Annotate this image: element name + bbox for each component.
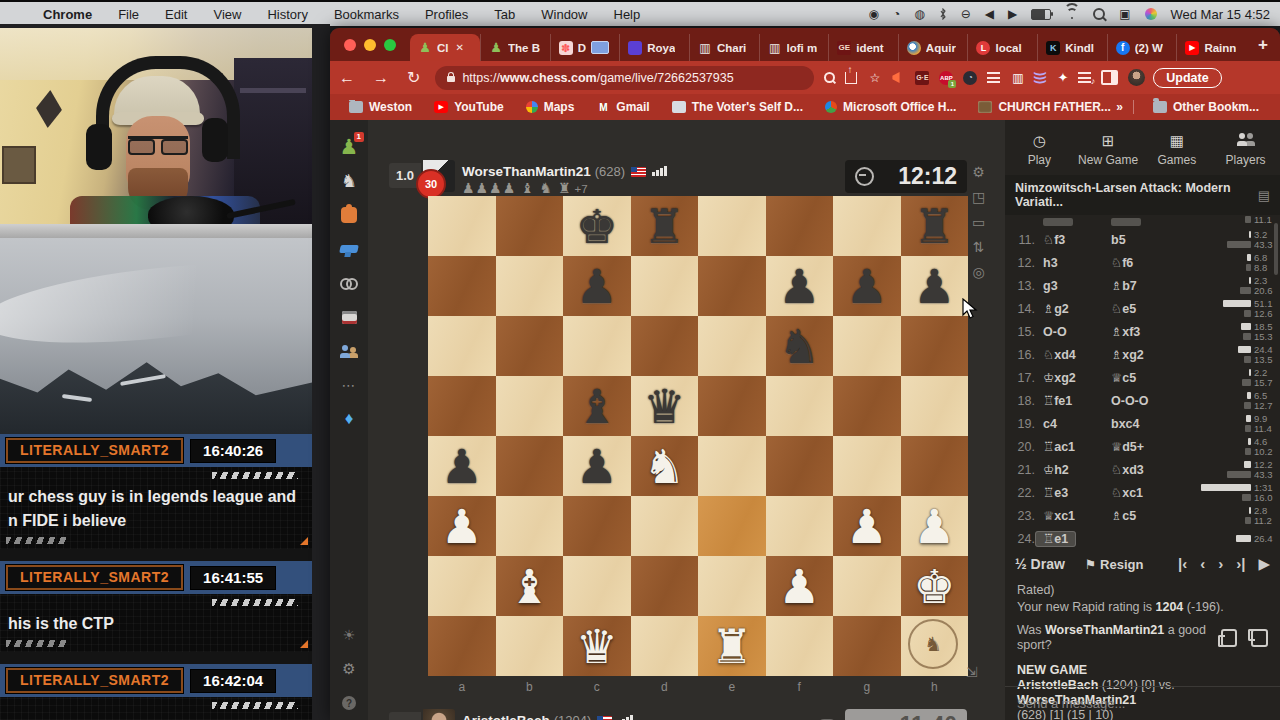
- corner-accent: [300, 640, 308, 648]
- next-move-button[interactable]: ›: [1218, 555, 1223, 573]
- headphone-earcup-right: [202, 118, 228, 162]
- black-move[interactable]: ♗c5: [1111, 508, 1179, 523]
- square-b8[interactable]: [496, 196, 564, 256]
- square-a2[interactable]: [428, 556, 496, 616]
- analysis-icon[interactable]: ◎: [973, 264, 985, 280]
- move-times: 1:3116.0: [1188, 483, 1280, 502]
- black-move[interactable]: ♗xf3: [1111, 324, 1179, 339]
- go-to-end-button[interactable]: ›|: [1236, 555, 1245, 573]
- glasses: [128, 136, 188, 155]
- w-time-bar: [1247, 392, 1251, 399]
- square-f1[interactable]: [766, 616, 834, 676]
- minimize-window-button[interactable]: [364, 39, 376, 51]
- menu-item-history[interactable]: History: [254, 7, 320, 22]
- lock-status-icon[interactable]: ◍: [914, 8, 924, 20]
- move-row[interactable]: 18.♖fe1O-O-O6.512.7: [1005, 389, 1280, 412]
- sidebar-item-watch[interactable]: [330, 266, 368, 300]
- square-g4[interactable]: [833, 436, 901, 496]
- square-e6[interactable]: [698, 316, 766, 376]
- square-d4[interactable]: ♞: [631, 436, 699, 496]
- square-b4[interactable]: [496, 436, 564, 496]
- tab-close-icon[interactable]: ✕: [456, 42, 464, 53]
- square-h3[interactable]: ♟: [901, 496, 969, 556]
- move-times: 6.88.8: [1188, 253, 1280, 272]
- previous-move-button[interactable]: ‹: [1200, 555, 1205, 573]
- square-d8[interactable]: ♜: [631, 196, 699, 256]
- flower-favicon: ✽: [559, 41, 573, 55]
- time-row: 8.8: [1188, 263, 1280, 272]
- square-g8[interactable]: [833, 196, 901, 256]
- move-list: 11.111.♘f3b53.243.312.h3♘f66.88.813.g3♗b…: [1005, 215, 1280, 549]
- square-f8[interactable]: [766, 196, 834, 256]
- panel-tab-players[interactable]: Players: [1211, 128, 1280, 175]
- sidebar-item-news[interactable]: [330, 300, 368, 334]
- white-move[interactable]: ♖ac1: [1043, 439, 1111, 454]
- chesscom-sidebar: ♟1 ♞ ⋯ ♦ ☀ ⚙ ?: [330, 120, 368, 720]
- black-king: ♚: [563, 196, 631, 256]
- b-time-bar: [1242, 494, 1251, 501]
- sidebar-item-more[interactable]: ⋯: [330, 368, 368, 402]
- black-move[interactable]: ♕d5+: [1111, 439, 1179, 454]
- question-icon: ?: [342, 696, 356, 710]
- forward-button[interactable]: →: [364, 69, 398, 87]
- panel-tab-play[interactable]: ◷Play: [1005, 128, 1074, 175]
- move-times: 11.1: [1188, 215, 1280, 224]
- wifi-icon[interactable]: [1065, 9, 1079, 19]
- square-b5[interactable]: [496, 376, 564, 436]
- square-c5[interactable]: ♝: [563, 376, 631, 436]
- move-row[interactable]: 21.♔h2♘xd312.243.3: [1005, 458, 1280, 481]
- black-move[interactable]: ♗xg2: [1111, 347, 1179, 362]
- move-row[interactable]: 11.1: [1005, 215, 1280, 228]
- file-label-f: f: [766, 680, 834, 694]
- profile-avatar[interactable]: [1128, 69, 1145, 86]
- w-time-bar: [1241, 323, 1251, 330]
- white-move[interactable]: O-O: [1043, 325, 1111, 339]
- move-number: 21.: [1005, 463, 1035, 477]
- square-g3[interactable]: ♟: [833, 496, 901, 556]
- browser-tab-aquir[interactable]: Aquir: [898, 34, 968, 61]
- black-move[interactable]: bxc4: [1111, 417, 1179, 431]
- chat-message: LITERALLY_SMART216:40:26ur chess guy is …: [0, 434, 312, 549]
- move-times: 51.112.6: [1188, 299, 1280, 318]
- go-to-start-button[interactable]: |‹: [1178, 555, 1187, 573]
- fullscreen-icon[interactable]: ◳: [972, 189, 985, 205]
- move-number: 13.: [1005, 279, 1035, 293]
- square-f7[interactable]: ♟: [766, 256, 834, 316]
- white-pawn: ♟: [901, 496, 969, 556]
- bookmark-label: Maps: [544, 100, 575, 114]
- players-tab-icon: [1211, 132, 1280, 149]
- move-row[interactable]: 13.g3♗b72.320.6: [1005, 274, 1280, 297]
- browser-tab-the-b[interactable]: ♟The B: [480, 34, 550, 61]
- g-app-icon[interactable]: ◉: [868, 8, 878, 20]
- move-row[interactable]: 20.♖ac1♕d5+4.610.2: [1005, 435, 1280, 458]
- square-a6[interactable]: [428, 316, 496, 376]
- play-circle-icon[interactable]: ▶: [1008, 8, 1017, 20]
- chat-message-text: ur chess guy is in legends league and n …: [0, 467, 312, 549]
- time-value: 20.6: [1254, 285, 1280, 296]
- bookmark-gmail[interactable]: MGmail: [587, 100, 658, 114]
- black-move[interactable]: ♘e5: [1111, 301, 1179, 316]
- address-bar[interactable]: https://www.chess.com/game/live/72662537…: [435, 66, 814, 90]
- chrome-update-button[interactable]: Update: [1153, 68, 1221, 88]
- square-e2[interactable]: [698, 556, 766, 616]
- new-tab-button[interactable]: +: [1246, 35, 1280, 55]
- us-flag-icon: [597, 716, 612, 720]
- square-h1[interactable]: ♞: [901, 616, 969, 676]
- b-time-bar: [1245, 425, 1251, 432]
- square-g6[interactable]: [833, 316, 901, 376]
- square-c4[interactable]: ♟: [563, 436, 631, 496]
- white-move[interactable]: h3: [1043, 256, 1111, 270]
- sidebar-item-puzzles[interactable]: [330, 198, 368, 232]
- top-player-clock: 12:12: [845, 160, 967, 193]
- white-move[interactable]: ♖fe1: [1043, 393, 1111, 408]
- bluetooth-icon[interactable]: [939, 8, 947, 20]
- chesscom-logo-pawn[interactable]: ♟1: [330, 130, 368, 164]
- black-move[interactable]: [1111, 215, 1179, 228]
- browser-tab-roya[interactable]: Roya: [619, 34, 689, 61]
- black-move[interactable]: ♘xd3: [1111, 462, 1179, 477]
- square-e7[interactable]: [698, 256, 766, 316]
- browser-tab-rainn[interactable]: ▶Rainn: [1176, 34, 1246, 61]
- sidebar-toggle-icon[interactable]: [1101, 70, 1118, 85]
- bottom-player-name[interactable]: AristotleBach: [462, 713, 550, 720]
- tab-label: Kindl: [1065, 42, 1094, 54]
- square-b3[interactable]: [496, 496, 564, 556]
- white-pawn: ♟: [833, 496, 901, 556]
- square-b7[interactable]: [496, 256, 564, 316]
- bookmark-star-icon[interactable]: ☆: [867, 70, 882, 85]
- close-window-button[interactable]: [344, 39, 356, 51]
- square-c1[interactable]: ♛: [563, 616, 631, 676]
- black-move[interactable]: ♗b7: [1111, 278, 1179, 293]
- bookmark-items: Weston▶YouTubeMapsMGmailThe Voter's Self…: [340, 100, 1116, 114]
- sidebar-item-social[interactable]: [330, 334, 368, 368]
- pawn-favicon: ♟: [418, 41, 432, 55]
- square-h5[interactable]: [901, 376, 969, 436]
- black-move[interactable]: b5: [1111, 233, 1179, 247]
- bookmark-the-voter-s-self-d-[interactable]: The Voter's Self D...: [663, 100, 812, 114]
- square-g2[interactable]: [833, 556, 901, 616]
- square-d5[interactable]: ♛: [631, 376, 699, 436]
- more-dots-icon: ⋯: [342, 377, 357, 393]
- browser-tab-ident[interactable]: GEident: [828, 34, 898, 61]
- square-a4[interactable]: ♟: [428, 436, 496, 496]
- resign-button[interactable]: ⚑ Resign: [1085, 557, 1144, 572]
- square-h6[interactable]: [901, 316, 969, 376]
- games-tab-icon: ▦: [1143, 132, 1212, 149]
- menu-item-chrome[interactable]: Chrome: [30, 7, 105, 22]
- square-d6[interactable]: [631, 316, 699, 376]
- bookmarks-overflow-chevron[interactable]: »: [1116, 100, 1123, 114]
- w-time-bar: [1249, 277, 1251, 284]
- time-row: 10.2: [1188, 447, 1280, 456]
- black-move[interactable]: O-O-O: [1111, 394, 1179, 408]
- battery-icon[interactable]: [1031, 9, 1051, 20]
- move-row[interactable]: 17.♔xg2♕c52.215.7: [1005, 366, 1280, 389]
- square-a3[interactable]: ♟: [428, 496, 496, 556]
- panel-tab-new-game[interactable]: ⊞New Game: [1074, 128, 1143, 175]
- ge-extension-icon[interactable]: G·E: [915, 71, 929, 85]
- black-move[interactable]: ♕c5: [1111, 370, 1179, 385]
- square-e3[interactable]: [698, 496, 766, 556]
- square-g7[interactable]: ♟: [833, 256, 901, 316]
- binoculars-icon: [340, 278, 358, 288]
- menu-item-help[interactable]: Help: [601, 7, 654, 22]
- tab-label: Cl: [437, 42, 449, 54]
- black-pawn: ♟: [428, 436, 496, 496]
- flag-icon: ⚑: [1085, 557, 1097, 572]
- move-navigation: |‹‹››|▶: [1178, 555, 1270, 573]
- square-e4[interactable]: [698, 436, 766, 496]
- move-row[interactable]: 14.♗g2♘e551.112.6: [1005, 297, 1280, 320]
- chat-timestamp: 16:41:55: [191, 567, 275, 589]
- globe-clock-icon[interactable]: ◔: [893, 8, 900, 20]
- square-d1[interactable]: [631, 616, 699, 676]
- square-c8[interactable]: ♚: [563, 196, 631, 256]
- square-f6[interactable]: ♞: [766, 316, 834, 376]
- black-pawn: ♟: [833, 256, 901, 316]
- black-move[interactable]: ♘f6: [1111, 255, 1179, 270]
- square-e5[interactable]: [698, 376, 766, 436]
- square-d3[interactable]: [631, 496, 699, 556]
- draw-button[interactable]: ½ Draw: [1015, 556, 1065, 572]
- square-e1[interactable]: ♜: [698, 616, 766, 676]
- square-f2[interactable]: ♟: [766, 556, 834, 616]
- black-queen: ♛: [631, 376, 699, 436]
- reload-button[interactable]: ↻: [398, 68, 429, 87]
- move-row[interactable]: 15.O-O♗xf318.515.3: [1005, 320, 1280, 343]
- move-number: 12.: [1005, 256, 1035, 270]
- display-icon[interactable]: ▣: [1119, 8, 1130, 20]
- onetab-extension-icon[interactable]: ◔: [963, 71, 977, 85]
- square-g5[interactable]: [833, 376, 901, 436]
- browser-tab-chari[interactable]: ▥Chari: [689, 34, 759, 61]
- browser-tab-d[interactable]: ✽D: [550, 34, 620, 61]
- square-b2[interactable]: ♝: [496, 556, 564, 616]
- move-times: 18.515.3: [1188, 322, 1280, 341]
- white-move[interactable]: ♕xc1: [1043, 508, 1111, 523]
- square-c3[interactable]: [563, 496, 631, 556]
- thumbs-up-icon[interactable]: [1221, 629, 1238, 647]
- white-move[interactable]: c4: [1043, 417, 1111, 431]
- tab-label: Chari: [717, 42, 746, 54]
- square-d7[interactable]: [631, 256, 699, 316]
- bookmark-church-father-[interactable]: CHURCH FATHER...: [969, 100, 1116, 114]
- move-row[interactable]: 11.♘f3b53.243.3: [1005, 228, 1280, 251]
- flip-board-icon[interactable]: ⇅: [973, 239, 985, 255]
- do-not-disturb-icon[interactable]: ⊖: [961, 8, 971, 20]
- white-move[interactable]: ♘f3: [1043, 232, 1111, 247]
- square-a1[interactable]: [428, 616, 496, 676]
- bank-extension-icon[interactable]: ▥: [1010, 70, 1025, 85]
- tab-label: local: [995, 42, 1021, 54]
- square-b6[interactable]: [496, 316, 564, 376]
- square-h2[interactable]: ♚: [901, 556, 969, 616]
- black-move[interactable]: ♘xc1: [1111, 485, 1179, 500]
- square-h8[interactable]: ♜: [901, 196, 969, 256]
- white-move[interactable]: ♘xd4: [1043, 347, 1111, 362]
- square-a8[interactable]: [428, 196, 496, 256]
- move-times: 2.215.7: [1188, 368, 1280, 387]
- panel-tab-games[interactable]: ▦Games: [1143, 128, 1212, 175]
- ssl-lock-icon[interactable]: [447, 76, 455, 82]
- bottom-player-name-row: AristotleBach(1204): [462, 711, 633, 720]
- time-row: 11.4: [1188, 424, 1280, 433]
- bottom-player-clock: 11:40: [845, 709, 967, 720]
- b-time-bar: [1246, 264, 1251, 271]
- square-f5[interactable]: [766, 376, 834, 436]
- white-king: ♚: [901, 556, 969, 616]
- square-c2[interactable]: [563, 556, 631, 616]
- browser-tab--2-w[interactable]: f(2) W: [1107, 34, 1177, 61]
- browser-tab-lofi-m[interactable]: ▥lofi m: [759, 34, 829, 61]
- move-row[interactable]: 19.c4bxc49.911.4: [1005, 412, 1280, 435]
- bookmark-microsoft-office-h-[interactable]: Microsoft Office H...: [816, 100, 965, 114]
- zoom-window-button[interactable]: [384, 39, 396, 51]
- b-time-bar: [1245, 448, 1251, 455]
- share-icon[interactable]: [845, 72, 857, 84]
- browser-tabs: ♟Cl✕♟The B✽DRoya▥Chari▥lofi mGEidentAqui…: [410, 34, 1246, 61]
- search-icon[interactable]: [824, 72, 835, 83]
- adblock-extension-icon[interactable]: ABP1: [939, 71, 953, 85]
- tab-label: The B: [508, 42, 540, 54]
- move-row[interactable]: 24.♖e126.4: [1005, 527, 1280, 549]
- clockred-favicon: L: [976, 41, 990, 55]
- white-move[interactable]: ♔h2: [1043, 462, 1111, 477]
- move-list-scrollbar[interactable]: [1274, 223, 1278, 275]
- sidebar-item-premium[interactable]: ♦: [330, 402, 368, 436]
- move-row[interactable]: 22.♖e3♘xc11:3116.0: [1005, 481, 1280, 504]
- connection-bars-icon: [618, 715, 633, 720]
- white-move[interactable]: ♗g2: [1043, 301, 1111, 316]
- macos-status-icons: ◉ ◔ ◍ ⊖ ◀ ▶ ▣ Wed Mar 15 4:52: [868, 7, 1270, 22]
- other-bookmarks-folder[interactable]: Other Bookm...: [1144, 100, 1268, 114]
- panel-tab-label: Play: [1028, 153, 1051, 167]
- bookmarks-bar: Weston▶YouTubeMapsMGmailThe Voter's Self…: [330, 94, 1280, 120]
- move-number: 15.: [1005, 325, 1035, 339]
- w-time-bar: [1249, 231, 1251, 238]
- white-move[interactable]: ♖e3: [1043, 485, 1111, 500]
- white-move[interactable]: ♔xg2: [1043, 370, 1111, 385]
- square-a5[interactable]: [428, 376, 496, 436]
- board-file-labels: abcdefgh: [428, 680, 968, 694]
- thumbs-down-icon[interactable]: [1251, 629, 1268, 647]
- bookmark-weston[interactable]: Weston: [340, 100, 421, 114]
- time-value: 11.2: [1254, 515, 1280, 526]
- playlist-extension-icon[interactable]: [1078, 72, 1091, 83]
- top-player-name[interactable]: WorseThanMartin21: [462, 164, 591, 179]
- menu-item-profiles[interactable]: Profiles: [412, 7, 481, 22]
- bottom-player-avatar[interactable]: [423, 709, 455, 720]
- sun-icon: ☀: [343, 627, 356, 643]
- move-row[interactable]: 23.♕xc1♗c52.811.2: [1005, 504, 1280, 527]
- time-row: 4.6: [1188, 437, 1280, 446]
- current-move-highlight: ♖e1: [1035, 531, 1076, 547]
- bottom-player-rating: (1204): [554, 713, 592, 720]
- sidebar-item-theme[interactable]: ☀: [330, 618, 368, 652]
- square-g1[interactable]: [833, 616, 901, 676]
- menu-item-file[interactable]: File: [105, 7, 152, 22]
- send-message-input[interactable]: Send a message...: [1005, 686, 1280, 720]
- b-time-bar: [1244, 310, 1251, 317]
- square-c7[interactable]: ♟: [563, 256, 631, 316]
- move-row[interactable]: 16.♘xd4♗xg224.413.5: [1005, 343, 1280, 366]
- list-extension-icon[interactable]: [987, 72, 1000, 83]
- move-number: 17.: [1005, 371, 1035, 385]
- menu-item-bookmarks[interactable]: Bookmarks: [321, 7, 412, 22]
- megaphone-extension-icon[interactable]: [892, 72, 905, 83]
- game-panel: ◷Play⊞New Game▦GamesPlayers Nimzowitsch-…: [1005, 120, 1280, 720]
- menu-item-edit[interactable]: Edit: [152, 7, 200, 22]
- move-number: 19.: [1005, 417, 1035, 431]
- tab-strip: ♟Cl✕♟The B✽DRoya▥Chari▥lofi mGEidentAqui…: [330, 28, 1280, 61]
- browser-tab-cl[interactable]: ♟Cl✕: [410, 34, 480, 61]
- square-e8[interactable]: [698, 196, 766, 256]
- tab-label: Rainn: [1204, 42, 1236, 54]
- time-row: 18.5: [1188, 322, 1280, 331]
- chat-username: LITERALLY_SMART2: [6, 438, 183, 463]
- w-time-bar: [1238, 346, 1251, 353]
- square-a7[interactable]: [428, 256, 496, 316]
- move-row[interactable]: 12.h3♘f66.88.8: [1005, 251, 1280, 274]
- square-f3[interactable]: [766, 496, 834, 556]
- autoplay-button[interactable]: ▶: [1258, 555, 1270, 573]
- board-settings-gear-icon[interactable]: ⚙: [972, 164, 985, 180]
- colorful-app-icon[interactable]: [1145, 8, 1157, 20]
- white-move[interactable]: [1043, 215, 1111, 228]
- back-button[interactable]: ←: [330, 69, 364, 87]
- time-value: 15.3: [1254, 331, 1280, 342]
- board-resize-handle[interactable]: ⇲: [966, 664, 978, 680]
- spotlight-search-icon[interactable]: [1093, 8, 1105, 20]
- sidebar-item-help[interactable]: ?: [330, 686, 368, 720]
- w-time-bar: [1236, 535, 1251, 542]
- browser-tab-local[interactable]: Llocal: [967, 34, 1037, 61]
- tab-label: lofi m: [787, 42, 818, 54]
- bookmark-maps[interactable]: Maps: [517, 100, 584, 114]
- extensions-puzzle-icon[interactable]: ✦: [1057, 70, 1068, 85]
- menu-item-window[interactable]: Window: [528, 7, 600, 22]
- menu-bar-clock[interactable]: Wed Mar 15 4:52: [1171, 7, 1270, 22]
- square-f4[interactable]: [766, 436, 834, 496]
- bookmark-youtube[interactable]: ▶YouTube: [425, 100, 513, 114]
- sidebar-item-play[interactable]: ♞: [330, 164, 368, 198]
- menu-item-tab[interactable]: Tab: [481, 7, 528, 22]
- cast-extension-icon[interactable]: ))): [1034, 72, 1048, 84]
- white-move[interactable]: ♖e1: [1043, 531, 1111, 546]
- opening-name-row[interactable]: Nimzowitsch-Larsen Attack: Modern Variat…: [1005, 175, 1280, 215]
- white-move[interactable]: g3: [1043, 279, 1111, 293]
- sidebar-item-settings[interactable]: ⚙: [330, 652, 368, 686]
- theater-mode-icon[interactable]: ▭: [972, 214, 985, 230]
- square-h7[interactable]: ♟: [901, 256, 969, 316]
- notification-badge: 1: [354, 132, 364, 142]
- volume-icon[interactable]: ◀: [985, 8, 994, 20]
- gmail-icon: M: [596, 101, 610, 113]
- square-d2[interactable]: [631, 556, 699, 616]
- square-h4[interactable]: [901, 436, 969, 496]
- sidebar-item-learn[interactable]: [330, 232, 368, 266]
- menu-item-view[interactable]: View: [200, 7, 254, 22]
- browser-tab-kindl[interactable]: KKindl: [1037, 34, 1107, 61]
- black-knight: ♞: [766, 316, 834, 376]
- time-row: 12.2: [1188, 460, 1280, 469]
- square-c6[interactable]: [563, 316, 631, 376]
- square-b1[interactable]: [496, 616, 564, 676]
